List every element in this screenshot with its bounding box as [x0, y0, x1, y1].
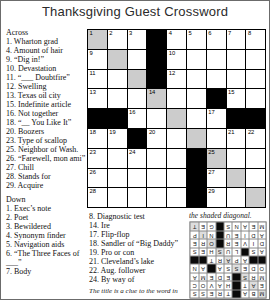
across-clue-1: 1. Wharton grad — [6, 37, 88, 46]
solution-cell-r9c7: G — [208, 223, 215, 230]
cell-r3c5[interactable]: 12 — [167, 70, 186, 89]
solution-cell-r7c3: V — [241, 240, 248, 247]
solution-black-cell-r4c7 — [208, 265, 215, 272]
cell-number: 12 — [169, 70, 175, 77]
solution-cell-r4c1: O — [258, 265, 265, 272]
cell-r2c8[interactable] — [227, 50, 246, 69]
cell-number: 23 — [90, 149, 96, 156]
solution-black-cell-r5c8 — [199, 257, 206, 264]
black-cell-r2c4 — [147, 50, 166, 69]
solution-cell-r8c5: U — [225, 231, 232, 238]
down-list-bottom: 8. Diagnostic test14. Ire17. Flip-flop18… — [89, 212, 190, 284]
down-clue-2: 2. Poet — [6, 213, 88, 222]
across-clue-16: 16. Not together — [6, 109, 88, 118]
across-clue-20: 20. Boozers — [6, 127, 88, 136]
cell-r8c7[interactable]: 27 — [207, 169, 226, 188]
solution-cell-r2c1: E — [258, 282, 265, 289]
down-clue-14: 14. Ire — [89, 221, 190, 230]
solution-cell-r5c5: A — [225, 257, 232, 264]
across-clue-9: 9. “Dig in!” — [6, 55, 88, 64]
solution-cell-r2c6: A — [216, 282, 223, 289]
across-label: Across — [6, 28, 88, 37]
solution-cell-r6c9: S — [191, 248, 198, 255]
solution-black-cell-r2c4 — [233, 282, 240, 289]
cell-number: 13 — [90, 89, 96, 96]
across-clue-28: 28. Stands for — [6, 172, 88, 181]
cell-r4c4[interactable]: 14 — [147, 89, 166, 108]
cell-r6c1[interactable]: 18 — [88, 129, 107, 148]
black-cell-r5c2 — [108, 109, 127, 128]
cell-r4c8[interactable]: 15 — [227, 89, 246, 108]
cell-number: 1 — [90, 30, 93, 37]
across-clue-29: 29. Acquire — [6, 181, 88, 190]
cell-number: 6 — [208, 30, 211, 37]
cell-r4c5[interactable] — [167, 89, 186, 108]
down-clue-3: 3. Bewildered — [6, 222, 88, 231]
black-cell-r4c7 — [207, 89, 226, 108]
cell-r7c7[interactable]: 25 — [207, 149, 226, 168]
down-clue-8: 8. Diagnostic test — [89, 212, 190, 221]
down-label: Down — [6, 195, 88, 204]
solution-cell-r6c7: H — [208, 248, 215, 255]
solution-cell-r2c7: V — [208, 282, 215, 289]
solution-cell-r3c3: S — [241, 273, 248, 280]
solution-cell-r9c2: E — [250, 223, 257, 230]
cell-r2c6[interactable] — [187, 50, 206, 69]
black-cell-r5c9 — [246, 109, 265, 128]
clue-column-bottom: 8. Diagnostic test14. Ire17. Flip-flop18… — [89, 212, 190, 296]
solution-cell-r8c2: D — [250, 231, 257, 238]
black-cell-r5c1 — [88, 109, 107, 128]
black-cell-r6c3 — [128, 129, 147, 148]
cell-number: 24 — [129, 149, 135, 156]
solution-cell-r3c2: R — [250, 273, 257, 280]
solution-black-cell-r7c6 — [216, 240, 223, 247]
solution-cell-r6c1: A — [258, 248, 265, 255]
cell-r1c3[interactable]: 3 — [128, 30, 147, 49]
cell-r7c2[interactable] — [108, 149, 127, 168]
solution-black-cell-r1c4 — [233, 290, 240, 297]
cell-r3c7[interactable] — [207, 70, 226, 89]
solution-cell-r9c3: A — [241, 223, 248, 230]
cell-number: 5 — [188, 30, 191, 37]
cell-number: 18 — [90, 129, 96, 136]
across-clue-4: 4. Amount of hair — [6, 46, 88, 55]
down-clue-4: 4. Synonym finder — [6, 231, 88, 240]
black-cell-r5c8 — [227, 109, 246, 128]
solution-cell-r3c1: M — [258, 273, 265, 280]
cell-r9c5[interactable] — [167, 188, 186, 207]
cell-r4c2[interactable] — [108, 89, 127, 108]
solution-cell-r7c8: R — [199, 240, 206, 247]
solution-cell-r1c2: B — [250, 290, 257, 297]
solution-cell-r3c8: M — [199, 273, 206, 280]
across-clue-13: 13. Texas oil city — [6, 91, 88, 100]
across-clue-25: 25. Neighbor of Wash. — [6, 145, 88, 154]
cell-r8c9[interactable] — [246, 169, 265, 188]
across-clue-10: 10. Devastation — [6, 64, 88, 73]
solution-cell-r8c4: E — [233, 231, 240, 238]
cell-r1c6[interactable]: 5 — [187, 30, 206, 49]
solution-cell-r8c1: A — [258, 231, 265, 238]
down-clue-6: 6. “The Three Faces of ___” — [6, 249, 88, 267]
cell-r5c5[interactable] — [167, 109, 186, 128]
solution-cell-r3c6: D — [216, 273, 223, 280]
solution-cell-r2c3: T — [241, 282, 248, 289]
footnote-part2: the shaded diagonal. — [189, 211, 252, 220]
cell-r6c6[interactable] — [187, 129, 206, 148]
cell-number: 2 — [109, 30, 112, 37]
crossword-grid: 1234567891011121314151617181920212223242… — [87, 29, 266, 208]
down-clue-21: 21. Cleveland’s lake — [89, 257, 190, 266]
black-cell-r1c4 — [147, 30, 166, 49]
cell-r8c1[interactable]: 26 — [88, 169, 107, 188]
across-clue-11: 11. “___ Doubtfire” — [6, 73, 88, 82]
cell-number: 15 — [228, 89, 234, 96]
solution-cell-r6c6: S — [216, 248, 223, 255]
cell-r2c9[interactable] — [246, 50, 265, 69]
solution-black-cell-r5c1 — [258, 257, 265, 264]
solution-cell-r1c7: E — [208, 290, 215, 297]
solution-black-cell-r6c3 — [241, 248, 248, 255]
cell-number: 10 — [169, 50, 175, 57]
cell-r6c7[interactable] — [207, 129, 226, 148]
footnote-part1: The title is a clue to the word in — [89, 287, 190, 296]
clue-column-left: Across 1. Wharton grad4. Amount of hair9… — [6, 28, 88, 276]
solution-cell-r4c9: N — [191, 265, 198, 272]
cell-r5c7[interactable]: 17 — [207, 109, 226, 128]
black-cell-r9c6 — [187, 188, 206, 207]
down-clue-5: 5. Navigation aids — [6, 240, 88, 249]
solution-cell-r7c5: R — [225, 240, 232, 247]
solution-cell-r8c3: I — [241, 231, 248, 238]
cell-r4c9[interactable] — [246, 89, 265, 108]
cell-number: 25 — [208, 149, 214, 156]
cell-r3c1[interactable]: 11 — [88, 70, 107, 89]
solution-cell-r9c9: T — [191, 223, 198, 230]
solution-black-cell-r3c4 — [233, 273, 240, 280]
cell-number: 7 — [228, 30, 231, 37]
cell-number: 3 — [129, 30, 132, 37]
solution-cell-r8c8: I — [199, 231, 206, 238]
cell-r3c8[interactable] — [227, 70, 246, 89]
solution-cell-r9c8: E — [199, 223, 206, 230]
across-clue-27: 27. Chill — [6, 163, 88, 172]
cell-r1c5[interactable]: 4 — [167, 30, 186, 49]
black-cell-r7c6 — [187, 149, 206, 168]
cell-r4c3[interactable] — [128, 89, 147, 108]
solution-cell-r5c7: T — [208, 257, 215, 264]
down-clue-1: 1. Exec’s note — [6, 204, 88, 213]
solution-cell-r2c8: O — [199, 282, 206, 289]
cell-r3c2[interactable] — [108, 70, 127, 89]
solution-cell-r1c9: S — [191, 290, 198, 297]
down-clue-18: 18. Sandler of “Big Daddy” — [89, 239, 190, 248]
cell-r7c4[interactable] — [147, 149, 166, 168]
cell-r9c7[interactable]: 29 — [207, 188, 226, 207]
across-list: 1. Wharton grad4. Amount of hair9. “Dig … — [6, 37, 88, 190]
cell-r9c2[interactable] — [108, 188, 127, 207]
solution-cell-r7c9: E — [191, 240, 198, 247]
down-clue-22: 22. Aug. follower — [89, 266, 190, 275]
solution-cell-r1c6: R — [216, 290, 223, 297]
solution-cell-r4c2: D — [250, 265, 257, 272]
cell-r9c9[interactable] — [246, 188, 265, 207]
solution-cell-r9c5: S — [225, 223, 232, 230]
cell-r9c4[interactable] — [147, 188, 166, 207]
cell-r9c8[interactable] — [227, 188, 246, 207]
cell-number: 19 — [109, 129, 115, 136]
cell-r1c2[interactable]: 2 — [108, 30, 127, 49]
cell-number: 16 — [129, 109, 135, 116]
cell-r6c5[interactable] — [167, 129, 186, 148]
cell-r9c3[interactable] — [128, 188, 147, 207]
solution-cell-r4c5: S — [225, 265, 232, 272]
solution-cell-r9c4: N — [233, 223, 240, 230]
cell-r4c1[interactable]: 13 — [88, 89, 107, 108]
cell-number: 20 — [149, 129, 155, 136]
solution-cell-r8c7: N — [208, 231, 215, 238]
solution-cell-r2c9: C — [191, 282, 198, 289]
cell-number: 14 — [149, 89, 155, 96]
solution-cell-r7c7: O — [208, 240, 215, 247]
solution-cell-r2c5: H — [225, 282, 232, 289]
solution-cell-r5c4: P — [233, 257, 240, 264]
cell-number: 27 — [208, 169, 214, 176]
solution-cell-r9c1: M — [258, 223, 265, 230]
cell-r8c3[interactable] — [128, 169, 147, 188]
cell-r2c7[interactable] — [207, 50, 226, 69]
cell-r2c3[interactable] — [128, 50, 147, 69]
solution-cell-r6c8: E — [199, 248, 206, 255]
cell-r6c8[interactable]: 21 — [227, 129, 246, 148]
across-clue-26: 26. “Farewell, mon ami” — [6, 154, 88, 163]
solution-cell-r6c4: L — [233, 248, 240, 255]
cell-r7c9[interactable] — [246, 149, 265, 168]
cell-r5c4[interactable] — [147, 109, 166, 128]
solution-grid: MBATRESSEATHAVOCMRSEDEMAODESSAANAPARTASL… — [190, 222, 267, 299]
cell-r4c6[interactable] — [187, 89, 206, 108]
cell-r6c4[interactable]: 20 — [147, 129, 166, 148]
solution-cell-r4c6: A — [216, 265, 223, 272]
cell-r1c7[interactable]: 6 — [207, 30, 226, 49]
cell-r6c9[interactable]: 22 — [246, 129, 265, 148]
cell-r8c2[interactable] — [108, 169, 127, 188]
cell-number: 9 — [90, 50, 93, 57]
cell-r3c6[interactable] — [187, 70, 206, 89]
cell-r2c2[interactable] — [108, 50, 127, 69]
cell-number: 22 — [248, 129, 254, 136]
solution-cell-r1c1: M — [258, 290, 265, 297]
cell-r7c8[interactable] — [227, 149, 246, 168]
black-cell-r3c4 — [147, 70, 166, 89]
across-clue-23: 23. Type of scallop — [6, 136, 88, 145]
solution-cell-r6c2: S — [250, 248, 257, 255]
cell-r8c4[interactable] — [147, 169, 166, 188]
cell-number: 11 — [90, 70, 96, 77]
solution-cell-r1c8: S — [199, 290, 206, 297]
solution-cell-r4c3: E — [241, 265, 248, 272]
cell-r2c5[interactable]: 10 — [167, 50, 186, 69]
cell-r1c9[interactable]: 8 — [246, 30, 265, 49]
solution-cell-r4c8: A — [199, 265, 206, 272]
down-clue-24: 24. By way of — [89, 275, 190, 284]
cell-number: 26 — [90, 169, 96, 176]
cell-r2c1[interactable]: 9 — [88, 50, 107, 69]
across-clue-15: 15. Indefinite article — [6, 100, 88, 109]
solution-cell-r1c5: T — [225, 290, 232, 297]
solution-cell-r5c3: A — [241, 257, 248, 264]
solution-cell-r8c9: P — [191, 231, 198, 238]
solution-cell-r3c5: E — [225, 273, 232, 280]
solution-cell-r3c7: E — [208, 273, 215, 280]
cell-number: 17 — [208, 109, 214, 116]
solution-cell-r7c1: D — [258, 240, 265, 247]
solution-black-cell-r9c6 — [216, 223, 223, 230]
solution-cell-r5c6: R — [216, 257, 223, 264]
cell-r6c2[interactable]: 19 — [108, 129, 127, 148]
down-clue-19: 19. Pro or con — [89, 248, 190, 257]
cell-r7c5[interactable] — [167, 149, 186, 168]
down-list-left: 1. Exec’s note2. Poet3. Bewildered4. Syn… — [6, 204, 88, 276]
solution-black-cell-r5c9 — [191, 257, 198, 264]
cell-number: 29 — [208, 188, 214, 195]
cell-number: 4 — [169, 30, 172, 37]
black-cell-r8c6 — [187, 169, 206, 188]
solution-cell-r2c2: A — [250, 282, 257, 289]
cell-r9c1[interactable]: 28 — [88, 188, 107, 207]
cell-r5c3[interactable]: 16 — [128, 109, 147, 128]
cell-r8c8[interactable] — [227, 169, 246, 188]
cell-number: 8 — [248, 30, 251, 37]
solution-cell-r6c5: U — [225, 248, 232, 255]
solution-cell-r7c4: E — [233, 240, 240, 247]
page-title: Thanksgiving Guest Crossword — [1, 4, 269, 19]
cell-number: 28 — [90, 188, 96, 195]
solution-black-cell-r5c2 — [250, 257, 257, 264]
across-clue-18: 18. “__ You Like It” — [6, 118, 88, 127]
puzzle-page: Thanksgiving Guest Crossword Across 1. W… — [0, 0, 270, 300]
cell-r8c5[interactable] — [167, 169, 186, 188]
solution-cell-r1c3: A — [241, 290, 248, 297]
across-clue-12: 12. Swelling — [6, 82, 88, 91]
cell-r5c6[interactable] — [187, 109, 206, 128]
down-clue-17: 17. Flip-flop — [89, 230, 190, 239]
cell-r7c3[interactable]: 24 — [128, 149, 147, 168]
solution-cell-r3c9: A — [191, 273, 198, 280]
solution-cell-r4c4: S — [233, 265, 240, 272]
cell-r1c1[interactable]: 1 — [88, 30, 107, 49]
cell-r3c9[interactable] — [246, 70, 265, 89]
solution-black-cell-r8c6 — [216, 231, 223, 238]
cell-number: 21 — [228, 129, 234, 136]
solution-cell-r7c2: I — [250, 240, 257, 247]
down-clue-7: 7. Body — [6, 267, 88, 276]
cell-r7c1[interactable]: 23 — [88, 149, 107, 168]
cell-r1c8[interactable]: 7 — [227, 30, 246, 49]
cell-r3c3[interactable] — [128, 70, 147, 89]
